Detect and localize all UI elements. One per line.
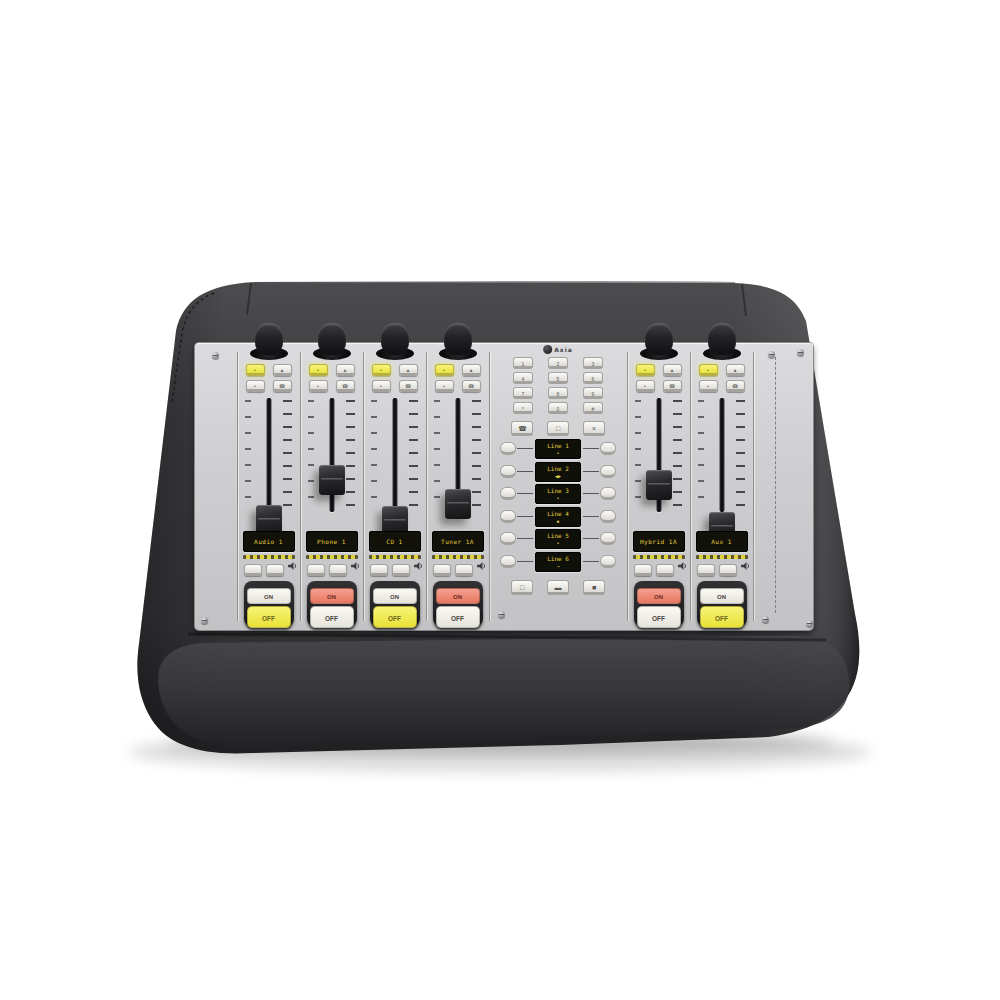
option-button-1[interactable]: • xyxy=(435,364,454,376)
channel-off-button[interactable]: OFF xyxy=(637,606,681,628)
monitor-button[interactable] xyxy=(719,564,737,576)
on-off-switch-frame: ON OFF xyxy=(244,581,294,627)
label-strip xyxy=(306,555,358,559)
center-section: Axia123456789*0#☎□×□▬■ Line 1• Line 2◀▶ … xyxy=(489,343,627,630)
channel-off-button[interactable]: OFF xyxy=(700,606,744,628)
mixing-console-photo: • ▲ • ☎ Audio 1 ON OFF • ▲ xyxy=(0,0,1000,1000)
preview-button[interactable] xyxy=(433,564,451,576)
panel-screw xyxy=(797,349,804,356)
on-off-switch-frame: ON OFF xyxy=(433,581,483,627)
logo-text: Axia xyxy=(554,346,573,353)
connector-line xyxy=(583,448,599,449)
display-function-button[interactable]: □ xyxy=(547,421,569,436)
panel-screw xyxy=(768,351,775,358)
phone-function-button[interactable]: ☎ xyxy=(511,421,533,436)
keypad-key-0[interactable]: 0 xyxy=(548,402,568,414)
line-row-3: Line 3• xyxy=(489,484,627,504)
fader xyxy=(690,398,753,512)
option-button-1[interactable]: • xyxy=(246,364,265,376)
panel-screw xyxy=(212,352,219,359)
option-button-2[interactable]: ▲ xyxy=(726,364,745,376)
cancel-function-button[interactable]: × xyxy=(583,421,605,436)
keypad-key-#[interactable]: # xyxy=(583,402,603,414)
source-display: Aux 1 xyxy=(696,531,748,552)
connector-line xyxy=(517,493,533,494)
speaker-icon xyxy=(288,562,297,570)
option-button-1[interactable]: • xyxy=(699,364,718,376)
top-edge-highlight xyxy=(256,282,735,283)
option-button-3[interactable]: • xyxy=(372,380,391,392)
option-button-3[interactable]: • xyxy=(246,380,265,392)
line-left-button[interactable] xyxy=(500,442,516,455)
keypad-key-1[interactable]: 1 xyxy=(513,357,533,369)
fader-cap[interactable] xyxy=(319,465,345,495)
strip-divider xyxy=(753,352,754,621)
fader-scale-left xyxy=(308,400,314,510)
channel-strip-3: • ▲ • ☎ CD 1 ON OFF xyxy=(363,343,426,630)
preview-button[interactable] xyxy=(370,564,388,576)
panel-screw xyxy=(762,616,769,623)
channel-option-buttons: • ▲ • ☎ xyxy=(372,364,418,392)
fader-track xyxy=(719,398,724,512)
line-right-button[interactable] xyxy=(600,465,616,478)
fader-track xyxy=(266,398,271,512)
label-strip xyxy=(432,555,484,559)
line-display: Line 6→ xyxy=(535,552,581,572)
preview-button[interactable] xyxy=(697,564,715,576)
keypad-key-*[interactable]: * xyxy=(513,402,533,414)
gain-knob[interactable] xyxy=(312,318,352,362)
monitor-button[interactable] xyxy=(455,564,473,576)
preview-button[interactable] xyxy=(244,564,262,576)
line-row-1: Line 1• xyxy=(489,439,627,459)
option-button-3[interactable]: • xyxy=(636,380,655,392)
line-left-button[interactable] xyxy=(500,465,516,478)
line-left-button[interactable] xyxy=(500,555,516,568)
line-display: Line 3• xyxy=(535,484,581,504)
talkback-button[interactable]: ☎ xyxy=(273,380,292,392)
channel-option-buttons: • ▲ • ☎ xyxy=(435,364,481,392)
connector-line xyxy=(583,516,599,517)
io-row xyxy=(237,564,300,580)
connector-line xyxy=(583,538,599,539)
fader-scale-right xyxy=(673,400,682,510)
label-strip xyxy=(633,555,685,559)
speaker-icon xyxy=(477,562,486,570)
fader xyxy=(426,398,489,512)
keypad-key-7[interactable]: 7 xyxy=(513,387,533,399)
dial-keypad: 123456789*0# xyxy=(513,357,603,414)
channel-on-button[interactable]: ON xyxy=(310,588,354,604)
option-button-3[interactable]: • xyxy=(699,380,718,392)
fader-scale-right xyxy=(283,400,292,510)
talkback-button[interactable]: ☎ xyxy=(336,380,355,392)
on-off-switch-frame: ON OFF xyxy=(697,581,747,627)
keypad-key-5[interactable]: 5 xyxy=(548,372,568,384)
line-left-button[interactable] xyxy=(500,532,516,545)
speaker-icon xyxy=(678,562,687,570)
io-row xyxy=(627,564,690,580)
fader-scale-right xyxy=(736,400,745,510)
monitor-button[interactable] xyxy=(266,564,284,576)
option-button-2[interactable]: ▲ xyxy=(273,364,292,376)
line-row-4: Line 4▪ xyxy=(489,507,627,527)
gain-knob[interactable] xyxy=(639,318,679,362)
connector-line xyxy=(583,471,599,472)
fader-scale-right xyxy=(409,400,418,510)
bottom-center-button[interactable]: ▬ xyxy=(547,580,569,595)
channel-on-button[interactable]: ON xyxy=(637,588,681,604)
line-display: Line 1• xyxy=(535,439,581,459)
channel-option-buttons: • ▲ • ☎ xyxy=(636,364,682,392)
source-display: CD 1 xyxy=(369,531,421,552)
source-display: Tuner 1A xyxy=(432,531,484,552)
label-strip xyxy=(243,555,295,559)
option-button-2[interactable]: ▲ xyxy=(399,364,418,376)
option-button-3[interactable]: • xyxy=(435,380,454,392)
source-display: Audio 1 xyxy=(243,531,295,552)
line-right-button[interactable] xyxy=(600,487,616,500)
label-strip xyxy=(369,555,421,559)
monitor-button[interactable] xyxy=(392,564,410,576)
source-display: Phone 1 xyxy=(306,531,358,552)
option-button-1[interactable]: • xyxy=(372,364,391,376)
io-row xyxy=(300,564,363,580)
fader xyxy=(363,398,426,512)
connector-line xyxy=(583,493,599,494)
function-button-row: ☎□× xyxy=(511,421,605,436)
connector-line xyxy=(517,471,533,472)
channel-on-button[interactable]: ON xyxy=(373,588,417,604)
fader-scale-left xyxy=(371,400,377,510)
fader-scale-right xyxy=(346,400,355,510)
connector-line xyxy=(517,516,533,517)
fader-scale-left xyxy=(245,400,251,510)
line-display: Line 4▪ xyxy=(535,507,581,527)
option-button-2[interactable]: ▲ xyxy=(462,364,481,376)
line-left-button[interactable] xyxy=(500,510,516,523)
channel-option-buttons: • ▲ • ☎ xyxy=(309,364,355,392)
logo-mark-icon xyxy=(543,345,552,354)
line-row-2: Line 2◀▶ xyxy=(489,462,627,482)
channel-strip-6: • ▲ • ☎ Aux 1 ON OFF xyxy=(690,343,753,630)
line-display: Line 5• xyxy=(535,529,581,549)
spare-strip-dashline xyxy=(775,357,776,613)
channel-strip-4: • ▲ • ☎ Tuner 1A ON OFF xyxy=(426,343,489,630)
source-display: Hybrid 1A xyxy=(633,531,685,552)
fader xyxy=(627,398,690,512)
gain-knob[interactable] xyxy=(438,318,478,362)
panel-screw xyxy=(201,617,208,624)
preview-button[interactable] xyxy=(307,564,325,576)
keypad-key-4[interactable]: 4 xyxy=(513,372,533,384)
talkback-button[interactable]: ☎ xyxy=(462,380,481,392)
fader-cap[interactable] xyxy=(445,489,471,519)
channel-off-button[interactable]: OFF xyxy=(373,606,417,628)
option-button-2[interactable]: ▲ xyxy=(336,364,355,376)
channel-strip-2: • ▲ • ☎ Phone 1 ON OFF xyxy=(300,343,363,630)
line-row-5: Line 5• xyxy=(489,529,627,549)
channel-on-button[interactable]: ON xyxy=(436,588,480,604)
fader xyxy=(300,398,363,512)
panel: • ▲ • ☎ Audio 1 ON OFF • ▲ xyxy=(195,343,813,630)
gain-knob[interactable] xyxy=(375,318,415,362)
channel-strip-5: • ▲ • ☎ Hybrid 1A ON OFF xyxy=(627,343,690,630)
talkback-button[interactable]: ☎ xyxy=(663,380,682,392)
preview-button[interactable] xyxy=(634,564,652,576)
channel-off-button[interactable]: OFF xyxy=(310,606,354,628)
connector-line xyxy=(517,561,533,562)
fader-scale-left xyxy=(635,400,641,510)
line-right-button[interactable] xyxy=(600,555,616,568)
bottom-left-button[interactable]: □ xyxy=(511,580,533,595)
line-right-button[interactable] xyxy=(600,532,616,545)
io-row xyxy=(426,564,489,580)
speaker-icon xyxy=(414,562,423,570)
channel-on-button[interactable]: ON xyxy=(247,588,291,604)
keypad-key-2[interactable]: 2 xyxy=(548,357,568,369)
fader-scale-right xyxy=(472,400,481,510)
channel-strip-1: • ▲ • ☎ Audio 1 ON OFF xyxy=(237,343,300,630)
panel-screw xyxy=(806,620,813,627)
line-right-button[interactable] xyxy=(600,442,616,455)
channel-on-button[interactable]: ON xyxy=(700,588,744,604)
fader-scale-left xyxy=(434,400,440,510)
gain-knob[interactable] xyxy=(249,318,289,362)
monitor-button[interactable] xyxy=(656,564,674,576)
option-button-3[interactable]: • xyxy=(309,380,328,392)
connector-line xyxy=(517,448,533,449)
gain-knob[interactable] xyxy=(702,318,742,362)
bottom-right-button[interactable]: ■ xyxy=(583,580,605,595)
option-button-1[interactable]: • xyxy=(636,364,655,376)
channel-option-buttons: • ▲ • ☎ xyxy=(246,364,292,392)
fader-scale-left xyxy=(698,400,704,510)
fader xyxy=(237,398,300,512)
connector-line xyxy=(517,538,533,539)
on-off-switch-frame: ON OFF xyxy=(370,581,420,627)
talkback-button[interactable]: ☎ xyxy=(726,380,745,392)
keypad-key-8[interactable]: 8 xyxy=(548,387,568,399)
keypad-key-6[interactable]: 6 xyxy=(583,372,603,384)
option-button-1[interactable]: • xyxy=(309,364,328,376)
io-row xyxy=(363,564,426,580)
on-off-switch-frame: ON OFF xyxy=(307,581,357,627)
line-right-button[interactable] xyxy=(600,510,616,523)
brand-logo: Axia xyxy=(543,345,573,354)
keypad-key-3[interactable]: 3 xyxy=(583,357,603,369)
channel-option-buttons: • ▲ • ☎ xyxy=(699,364,745,392)
line-display: Line 2◀▶ xyxy=(535,462,581,482)
option-button-2[interactable]: ▲ xyxy=(663,364,682,376)
fader-track xyxy=(392,398,397,512)
keypad-key-9[interactable]: 9 xyxy=(583,387,603,399)
bottom-button-row: □▬■ xyxy=(511,580,605,595)
line-row-6: Line 6→ xyxy=(489,552,627,572)
on-off-switch-frame: ON OFF xyxy=(634,581,684,627)
speaker-icon xyxy=(351,562,360,570)
monitor-button[interactable] xyxy=(329,564,347,576)
connector-line xyxy=(583,561,599,562)
speaker-icon xyxy=(741,562,750,570)
channel-off-button[interactable]: OFF xyxy=(247,606,291,628)
label-strip xyxy=(696,555,748,559)
io-row xyxy=(690,564,753,580)
talkback-button[interactable]: ☎ xyxy=(399,380,418,392)
fader-cap[interactable] xyxy=(646,470,672,500)
line-left-button[interactable] xyxy=(500,487,516,500)
channel-off-button[interactable]: OFF xyxy=(436,606,480,628)
